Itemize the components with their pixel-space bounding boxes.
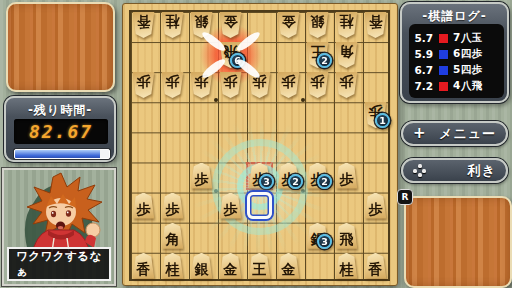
piece-kanji-金: 金: [277, 253, 300, 279]
piece-kanji-香: 香: [132, 253, 155, 279]
player-color-swatch: [439, 34, 448, 43]
piece-kanji-歩: 歩: [364, 193, 387, 219]
piece-kanji-歩: 歩: [335, 163, 358, 189]
player-color-swatch: [439, 82, 448, 91]
shogi-piece[interactable]: 銀: [303, 10, 332, 40]
player-color-swatch: [439, 66, 448, 75]
shogi-piece[interactable]: 歩: [129, 191, 158, 221]
shogi-piece[interactable]: 角: [332, 40, 361, 70]
cooldown-badge: 2: [288, 174, 303, 189]
piece-kanji-銀: 銀: [190, 253, 213, 279]
shogi-piece[interactable]: 銀3: [303, 221, 332, 251]
kiki-button-label: 利き: [468, 162, 496, 180]
piece-kanji-飛: 飛: [335, 223, 358, 249]
shogi-piece[interactable]: 歩: [216, 191, 245, 221]
piece-kanji-香: 香: [364, 253, 387, 279]
log-time: 6.7: [409, 64, 433, 76]
shogi-piece[interactable]: 歩: [332, 70, 361, 100]
cooldown-badge: 3: [317, 234, 332, 249]
piece-kanji-歩: 歩: [132, 193, 155, 219]
log-entry: 5.9 6四歩: [409, 46, 504, 62]
shogi-piece[interactable]: 歩: [129, 70, 158, 100]
shogi-piece[interactable]: 香: [129, 251, 158, 281]
piece-kanji-桂: 桂: [161, 253, 184, 279]
piece-kanji-金: 金: [219, 253, 242, 279]
move-log-panel: -棋譜ログ- 5.7 7八玉 5.9 6四歩 6.7 5四歩 7.2 4八飛: [400, 2, 509, 103]
shogi-piece[interactable]: 歩3: [245, 161, 274, 191]
cooldown-badge: 2: [317, 53, 332, 68]
piece-kanji-角: 角: [161, 223, 184, 249]
log-entry: 5.7 7八玉: [409, 30, 504, 46]
log-entry: 6.7 5四歩: [409, 62, 504, 78]
shogi-piece[interactable]: 角: [158, 221, 187, 251]
shogi-piece[interactable]: 歩2: [274, 161, 303, 191]
shogi-piece[interactable]: 王2: [303, 40, 332, 70]
log-move: 6四歩: [453, 47, 483, 61]
log-move: 5四歩: [453, 63, 483, 77]
menu-button-label: メニュー: [439, 125, 496, 143]
log-move: 7八玉: [453, 31, 483, 45]
shogi-piece[interactable]: 金: [216, 251, 245, 281]
log-move: 4八飛: [453, 79, 483, 93]
move-log-title: -棋譜ログ-: [402, 8, 507, 25]
kiki-button[interactable]: 利き: [401, 158, 508, 183]
shogi-piece[interactable]: 桂: [332, 10, 361, 40]
dpad-icon: [413, 164, 426, 177]
piece-kanji-歩: 歩: [335, 72, 358, 98]
piece-kanji-歩: 歩: [161, 193, 184, 219]
shogi-piece[interactable]: 金: [274, 10, 303, 40]
log-time: 7.2: [409, 80, 433, 92]
shogi-piece[interactable]: 飛: [332, 221, 361, 251]
piece-kanji-香: 香: [364, 12, 387, 38]
piece-kanji-歩: 歩: [277, 72, 300, 98]
piece-kanji-歩: 歩: [306, 72, 329, 98]
shogi-piece[interactable]: 桂: [158, 251, 187, 281]
shogi-piece[interactable]: 歩1: [361, 100, 390, 130]
log-time: 5.9: [409, 48, 433, 60]
shogi-piece[interactable]: 歩2: [303, 161, 332, 191]
plus-icon: +: [413, 126, 426, 141]
piece-kanji-銀: 銀: [306, 12, 329, 38]
log-time: 5.7: [409, 32, 433, 44]
capture-flash-rays: [189, 13, 273, 97]
piece-kanji-桂: 桂: [335, 253, 358, 279]
shogi-piece[interactable]: 香: [361, 251, 390, 281]
board-cursor: [247, 192, 272, 219]
piece-kanji-歩: 歩: [190, 163, 213, 189]
shogi-piece[interactable]: 歩: [187, 161, 216, 191]
shogi-piece[interactable]: 歩: [274, 70, 303, 100]
log-entry: 7.2 4八飛: [409, 78, 504, 94]
piece-kanji-歩: 歩: [161, 72, 184, 98]
player-color-swatch: [439, 50, 448, 59]
shogi-piece[interactable]: 歩: [332, 161, 361, 191]
shogi-piece[interactable]: 香: [361, 10, 390, 40]
shogi-piece[interactable]: 歩: [158, 191, 187, 221]
piece-kanji-桂: 桂: [335, 12, 358, 38]
shogi-piece[interactable]: 歩: [303, 70, 332, 100]
r-button-hint: R: [397, 189, 413, 205]
piece-kanji-歩: 歩: [132, 72, 155, 98]
piece-kanji-金: 金: [277, 12, 300, 38]
piece-kanji-角: 角: [335, 42, 358, 68]
cooldown-badge: 2: [317, 174, 332, 189]
shogi-piece[interactable]: 桂: [332, 251, 361, 281]
shogi-piece[interactable]: 桂: [158, 10, 187, 40]
shogi-piece[interactable]: 香: [129, 10, 158, 40]
shogi-piece[interactable]: 歩: [361, 191, 390, 221]
menu-button[interactable]: + メニュー: [401, 121, 508, 146]
player-piece-tray[interactable]: [404, 196, 512, 288]
cooldown-badge: 3: [259, 174, 274, 189]
piece-kanji-桂: 桂: [161, 12, 184, 38]
shogi-piece[interactable]: 金: [274, 251, 303, 281]
piece-kanji-王: 王: [248, 253, 271, 279]
shogi-piece[interactable]: 王: [245, 251, 274, 281]
move-log-list: 5.7 7八玉 5.9 6四歩 6.7 5四歩 7.2 4八飛: [409, 24, 504, 98]
shogi-piece[interactable]: 銀: [187, 251, 216, 281]
piece-kanji-歩: 歩: [219, 193, 242, 219]
piece-kanji-香: 香: [132, 12, 155, 38]
cooldown-badge: 1: [375, 113, 390, 128]
game-screen: -残り時間- 82.67 ワクワク: [0, 0, 512, 288]
shogi-piece[interactable]: 歩: [158, 70, 187, 100]
